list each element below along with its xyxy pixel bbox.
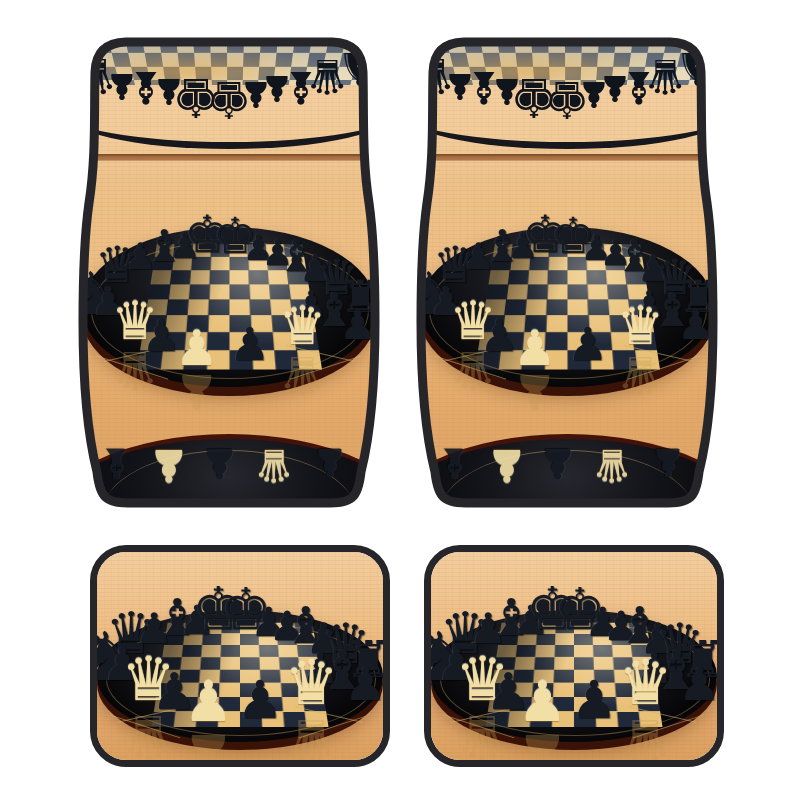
chess-table-scene: ♞♛♟♝♟♚♚♟♟♝♟♛♜♟♟♝♟♛♛♟♟♟♟♛♛ [420, 164, 714, 406]
white-queen-piece: ♛ [284, 653, 338, 714]
black-knight-piece: ♞ [337, 45, 377, 90]
rear-mat-right: ♞♛♟♝♟♚♚♟♟♝♟♛♜♟♟♝♟♛♛♟♟♟♟♛♛ [424, 545, 724, 767]
white-queen-piece: ♛ [618, 710, 672, 767]
black-pawn-piece: ♟ [679, 662, 720, 708]
black-bishop-piece: ♝ [97, 442, 134, 484]
bottom-reflection-band: ♝♟♟♛♟ [418, 420, 716, 508]
black-pawn-piece: ♟ [571, 674, 618, 726]
front-mat-left-print: ♛♟♝♟♚♚♟♟♝♛♞ ♞♛♟♝♟♚♚♟♟♝♟♛♜♟♟♝♟♛♛♟♟♟♟♛♛ ♝♟… [80, 38, 378, 508]
black-knight-piece: ♞ [675, 45, 715, 90]
white-queen-piece: ♛ [617, 300, 664, 353]
product-photo: ♛♟♝♟♚♚♟♟♝♛♞ ♞♛♟♝♟♚♚♟♟♝♟♛♜♟♟♝♟♛♛♟♟♟♟♛♛ ♝♟… [0, 0, 800, 800]
chess-table-scene: ♞♛♟♝♟♚♚♟♟♝♟♛♜♟♟♝♟♛♛♟♟♟♟♛♛ [97, 558, 383, 758]
black-pawn-piece: ♟ [345, 662, 386, 708]
white-queen-piece: ♛ [284, 710, 338, 767]
white-queen-piece: ♛ [279, 348, 326, 401]
white-queen-piece: ♛ [618, 653, 672, 714]
wall-floor-seam [80, 154, 378, 161]
wall-floor-seam [418, 154, 716, 161]
front-mat-right: ♛♟♝♟♚♚♟♟♝♛♞ ♞♛♟♝♟♚♚♟♟♝♟♛♜♟♟♝♟♛♛♟♟♟♟♛♛ ♝♟… [418, 38, 716, 508]
white-pawn-piece: ♟ [184, 674, 234, 730]
white-pawn-piece: ♟ [513, 324, 556, 373]
black-pawn-piece: ♟ [567, 322, 608, 368]
white-queen-piece: ♛ [279, 300, 326, 353]
white-queen-piece: ♛ [617, 348, 664, 401]
white-queen-piece: ♛ [254, 442, 294, 487]
black-pawn-piece: ♟ [313, 442, 348, 481]
chess-table-scene: ♞♛♟♝♟♚♚♟♟♝♟♛♜♟♟♝♟♛♛♟♟♟♟♛♛ [431, 558, 717, 758]
black-pawn-piece: ♟ [651, 442, 686, 481]
black-pawn-piece: ♟ [229, 322, 270, 368]
mirrored-reflection-band: ♛♟♝♟♚♚♟♟♝♛♞ [80, 38, 378, 154]
black-pawn-piece: ♟ [539, 442, 576, 484]
front-mat-right-print: ♛♟♝♟♚♚♟♟♝♛♞ ♞♛♟♝♟♚♚♟♟♝♟♛♜♟♟♝♟♛♛♟♟♟♟♛♛ ♝♟… [418, 38, 716, 508]
black-pawn-piece: ♟ [679, 306, 715, 346]
chess-table-scene: ♞♛♟♝♟♚♚♟♟♝♟♛♜♟♟♝♟♛♛♟♟♟♟♛♛ [82, 164, 376, 406]
white-pawn-piece: ♟ [149, 442, 189, 487]
white-queen-piece: ♛ [592, 442, 632, 487]
white-pawn-piece: ♟ [518, 674, 568, 730]
white-pawn-piece: ♟ [487, 442, 527, 487]
white-pawn-piece: ♟ [175, 324, 218, 373]
black-pawn-piece: ♟ [237, 674, 284, 726]
front-mat-left: ♛♟♝♟♚♚♟♟♝♛♞ ♞♛♟♝♟♚♚♟♟♝♟♛♜♟♟♝♟♛♛♟♟♟♟♛♛ ♝♟… [80, 38, 378, 508]
bottom-reflection-band: ♝♟♟♛♟ [80, 420, 378, 508]
black-pawn-piece: ♟ [341, 306, 377, 346]
mirrored-reflection-band: ♛♟♝♟♚♚♟♟♝♛♞ [418, 38, 716, 154]
black-pawn-piece: ♟ [201, 442, 238, 484]
black-bishop-piece: ♝ [435, 442, 472, 484]
rear-mat-left: ♞♛♟♝♟♚♚♟♟♝♟♛♜♟♟♝♟♛♛♟♟♟♟♛♛ [90, 545, 390, 767]
